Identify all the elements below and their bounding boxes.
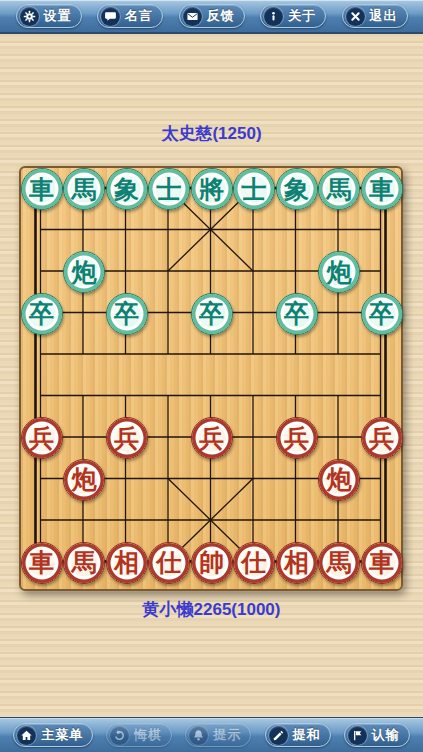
main-menu-button[interactable]: 主菜单 — [13, 723, 93, 747]
home-icon — [17, 726, 36, 745]
piece-red-n[interactable]: 馬 — [318, 542, 360, 584]
feedback-label: 反馈 — [207, 7, 235, 25]
piece-red-n[interactable]: 馬 — [63, 542, 105, 584]
piece-black-p[interactable]: 卒 — [276, 293, 318, 335]
hint-label: 提示 — [213, 726, 241, 744]
bell-icon — [189, 726, 208, 745]
piece-red-c[interactable]: 炮 — [318, 459, 360, 501]
piece-red-p[interactable]: 兵 — [106, 417, 148, 459]
pencil-icon — [269, 726, 288, 745]
about-button[interactable]: 关于 — [260, 4, 326, 28]
gear-icon — [20, 7, 39, 26]
resign-label: 认输 — [372, 726, 400, 744]
piece-black-n[interactable]: 馬 — [318, 168, 360, 210]
flag-icon — [348, 726, 367, 745]
xiangqi-board[interactable]: 車馬象士將士象馬車炮炮卒卒卒卒卒兵兵兵兵兵炮炮車馬相仕帥仕相馬車 — [19, 166, 403, 591]
piece-black-c[interactable]: 炮 — [63, 251, 105, 293]
piece-black-b[interactable]: 象 — [106, 168, 148, 210]
offer-draw-label: 提和 — [293, 726, 321, 744]
bottom-toolbar: 主菜单 悔棋 提示 提和 认输 — [0, 717, 423, 752]
piece-red-a[interactable]: 仕 — [148, 542, 190, 584]
piece-red-c[interactable]: 炮 — [63, 459, 105, 501]
piece-red-p[interactable]: 兵 — [361, 417, 403, 459]
piece-black-n[interactable]: 馬 — [63, 168, 105, 210]
piece-red-b[interactable]: 相 — [276, 542, 318, 584]
piece-black-r[interactable]: 車 — [21, 168, 63, 210]
undo-move-label: 悔棋 — [134, 726, 162, 744]
quotes-button[interactable]: 名言 — [97, 4, 163, 28]
piece-black-p[interactable]: 卒 — [106, 293, 148, 335]
board-grid — [21, 168, 401, 589]
piece-red-k[interactable]: 帥 — [191, 542, 233, 584]
piece-red-p[interactable]: 兵 — [276, 417, 318, 459]
piece-black-p[interactable]: 卒 — [21, 293, 63, 335]
piece-red-r[interactable]: 車 — [21, 542, 63, 584]
envelope-icon — [183, 7, 202, 26]
settings-button[interactable]: 设置 — [16, 4, 82, 28]
resign-button[interactable]: 认输 — [344, 723, 410, 747]
top-toolbar: 设置 名言 反馈 关于 退出 — [0, 0, 423, 34]
piece-red-r[interactable]: 車 — [361, 542, 403, 584]
piece-black-b[interactable]: 象 — [276, 168, 318, 210]
piece-black-p[interactable]: 卒 — [361, 293, 403, 335]
quotes-label: 名言 — [125, 7, 153, 25]
speech-bubble-icon — [101, 7, 120, 26]
piece-red-b[interactable]: 相 — [106, 542, 148, 584]
opponent-name: 太史慈(1250) — [0, 122, 423, 145]
feedback-button[interactable]: 反馈 — [179, 4, 245, 28]
piece-red-p[interactable]: 兵 — [191, 417, 233, 459]
exit-button[interactable]: 退出 — [342, 4, 408, 28]
player-name: 黄小懒2265(1000) — [0, 598, 423, 621]
info-icon — [264, 7, 283, 26]
app-window: 设置 名言 反馈 关于 退出 太史慈(1250) 黄小懒 — [0, 0, 423, 752]
piece-black-r[interactable]: 車 — [361, 168, 403, 210]
piece-black-k[interactable]: 將 — [191, 168, 233, 210]
piece-red-a[interactable]: 仕 — [233, 542, 275, 584]
undo-icon — [110, 726, 129, 745]
exit-label: 退出 — [370, 7, 398, 25]
main-menu-label: 主菜单 — [41, 726, 83, 744]
piece-black-c[interactable]: 炮 — [318, 251, 360, 293]
hint-button[interactable]: 提示 — [185, 723, 251, 747]
offer-draw-button[interactable]: 提和 — [265, 723, 331, 747]
piece-red-p[interactable]: 兵 — [21, 417, 63, 459]
about-label: 关于 — [288, 7, 316, 25]
close-icon — [346, 7, 365, 26]
piece-black-a[interactable]: 士 — [148, 168, 190, 210]
piece-black-p[interactable]: 卒 — [191, 293, 233, 335]
undo-move-button[interactable]: 悔棋 — [106, 723, 172, 747]
settings-label: 设置 — [44, 7, 72, 25]
piece-black-a[interactable]: 士 — [233, 168, 275, 210]
